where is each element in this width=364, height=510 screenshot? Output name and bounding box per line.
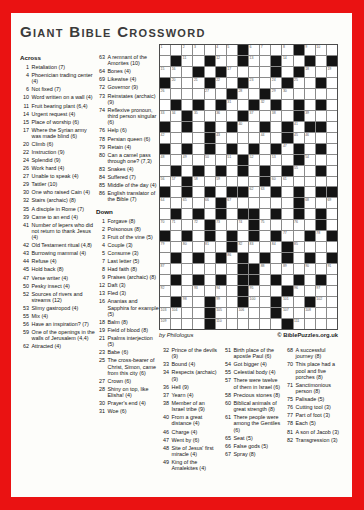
cell-number: 49 <box>183 155 187 159</box>
grid-cell <box>327 89 337 99</box>
grid-cell <box>305 100 315 110</box>
grid-cell <box>294 177 304 187</box>
cell-number: 4 <box>216 45 218 49</box>
clue-text: Praises (archaic) (8) <box>108 274 161 280</box>
grid-cell-black <box>282 286 292 296</box>
grid-cell-black <box>249 144 259 154</box>
grid-cell: 78 <box>316 231 326 241</box>
grid-cell <box>205 177 215 187</box>
grid-cell <box>249 308 259 318</box>
clue-text: Bound (4) <box>172 361 220 367</box>
grid-cell-black <box>205 133 215 143</box>
grid-cell: 109 <box>160 319 170 329</box>
clue-item: 47Went by (6) <box>160 437 219 443</box>
grid-cell <box>316 67 326 77</box>
grid-cell <box>205 45 215 55</box>
clue-number: 65 <box>222 435 231 441</box>
clue-item: 24Splendid (9) <box>20 157 97 163</box>
clue-text: Psalms interjection (5) <box>108 335 161 348</box>
grid-cell <box>249 253 259 263</box>
clue-number: 82 <box>284 437 293 443</box>
grid-cell <box>271 133 281 143</box>
clue-text: Word written on a wall (4) <box>32 94 98 100</box>
grid-cell: 77 <box>282 231 292 241</box>
grid-cell <box>227 177 237 187</box>
clue-number: 49 <box>160 459 169 472</box>
page-background: { "game": "crossword", "title": "Giant B… <box>0 0 364 510</box>
cell-number: 26 <box>161 89 165 93</box>
grid-cell <box>193 56 203 66</box>
cell-number: 75 <box>261 220 265 224</box>
grid-cell <box>260 308 270 318</box>
clue-number: 21 <box>96 335 105 348</box>
grid-cell <box>249 198 259 208</box>
grid-cell <box>227 319 237 329</box>
clue-text: Spray (8) <box>234 451 282 457</box>
grid-cell-black <box>205 187 215 197</box>
clue-number: 66 <box>222 443 231 449</box>
grid-cell: 68 <box>305 198 315 208</box>
grid-cell-black <box>260 122 270 132</box>
grid-cell: 64 <box>160 198 170 208</box>
clue-text: Retaliation (7) <box>32 64 98 70</box>
clue-number: 50 <box>20 283 29 289</box>
clue-text: Woe (6) <box>108 408 161 414</box>
grid-cell-black <box>260 253 270 263</box>
grid-cell-black <box>182 122 192 132</box>
cell-number: 79 <box>161 242 165 246</box>
cell-number: 3 <box>194 45 196 49</box>
grid-cell <box>205 209 215 219</box>
grid-cell: 13 <box>249 56 259 66</box>
cell-number: 58 <box>194 177 198 181</box>
cell-number: 106 <box>238 308 244 312</box>
cell-number: 21 <box>194 78 198 82</box>
cell-number: 46 <box>305 133 309 137</box>
clue-number: 1 <box>20 64 29 70</box>
cell-number: 66 <box>205 198 209 202</box>
grid-cell: 21 <box>193 78 203 88</box>
grid-cell-black <box>282 242 292 252</box>
clue-text: Sanctimonious person (8) <box>296 382 345 395</box>
clue-item: 56Have an inspiration? (7) <box>20 321 97 327</box>
grid-cell <box>205 275 215 285</box>
clue-number: 78 <box>96 136 105 142</box>
clue-text: Bones (4) <box>108 68 161 74</box>
clue-text: Instruction (9) <box>32 149 98 155</box>
cell-number: 91 <box>327 264 331 268</box>
grid-cell-black <box>327 56 337 66</box>
clue-item: 72Governor (9) <box>96 84 160 90</box>
grid-cell-black <box>294 209 304 219</box>
clue-number: 42 <box>20 242 29 248</box>
clue-number: 33 <box>160 361 169 367</box>
grid-cell: 70 <box>160 220 170 230</box>
grid-cell <box>193 144 203 154</box>
clue-text: Forgave (8) <box>108 218 161 224</box>
clue-text: Went by (6) <box>172 437 220 443</box>
grid-cell: 75 <box>260 220 270 230</box>
cell-number: 83 <box>250 242 254 246</box>
grid-cell-black <box>294 198 304 208</box>
grid-cell: 20 <box>171 78 181 88</box>
clue-number: 3 <box>96 234 105 240</box>
grid-cell: 24 <box>271 78 281 88</box>
clue-number: 23 <box>96 349 105 355</box>
grid-cell <box>260 144 270 154</box>
crossword-grid: 1234567891011121314151617181920212223242… <box>159 44 338 330</box>
clue-number: 80 <box>96 152 105 165</box>
grid-cell <box>193 242 203 252</box>
grid-cell: 9 <box>305 45 315 55</box>
cell-number: 33 <box>161 111 165 115</box>
cell-number: 47 <box>283 144 287 148</box>
cell-number: 38 <box>272 111 276 115</box>
grid-cell: 94 <box>216 286 226 296</box>
down-header: Down <box>96 208 160 215</box>
clue-item: 42Old Testament ritual (4,8) <box>20 242 97 248</box>
clue-text: There people were among the Gentiles (6) <box>234 414 282 433</box>
grid-cell: 74 <box>238 220 248 230</box>
grid-cell: 58 <box>193 177 203 187</box>
grid-cell: 25 <box>294 78 304 88</box>
grid-cell <box>316 155 326 165</box>
grid-cell: 14 <box>282 56 292 66</box>
puzzle-page: Giant Bible Crossword Across 1Retaliatio… <box>11 13 352 497</box>
cell-number: 105 <box>216 308 222 312</box>
clue-text: Where the Syrian army was made blind (6) <box>32 127 98 140</box>
grid-cell <box>327 45 337 55</box>
grid-cell <box>238 67 248 77</box>
clue-number: 2 <box>96 226 105 232</box>
grid-cell: 110 <box>216 319 226 329</box>
grid-cell-black <box>316 122 326 132</box>
cell-number: 1 <box>161 45 163 49</box>
grid-cell: 102 <box>316 297 326 307</box>
grid-cell <box>160 100 170 110</box>
clue-number: 70 <box>284 361 293 380</box>
clue-item: 86English translator of the Bible (7) <box>96 190 160 203</box>
clue-text: Fled (3) <box>108 290 161 296</box>
clue-text: Place of worship (6) <box>32 119 98 125</box>
clue-item: 32Prince of the devils (9) <box>160 347 219 360</box>
grid-cell <box>171 187 181 197</box>
clue-number: 60 <box>222 400 231 413</box>
grid-cell: 92 <box>160 286 170 296</box>
clue-number: 54 <box>222 361 231 367</box>
clue-number: 37 <box>160 392 169 398</box>
grid-cell <box>171 133 181 143</box>
copyright: © BiblePuzzles.org.uk <box>277 332 338 338</box>
grid-cell <box>205 111 215 121</box>
clue-text: Number of lepers who did not return to t… <box>32 222 98 241</box>
grid-cell-black <box>216 198 226 208</box>
clue-item: 57There were twelve of them in Israel (6… <box>222 377 281 390</box>
clue-item: 78Persian queen (6) <box>96 136 160 142</box>
clue-number: 45 <box>20 266 29 272</box>
grid-cell-black <box>205 122 215 132</box>
cell-number: 70 <box>161 220 165 224</box>
grid-cell <box>282 220 292 230</box>
grid-cell-black <box>260 166 270 176</box>
clue-item: 74Reflexive pronoun, third person singul… <box>96 107 160 126</box>
grid-cell-black <box>171 297 181 307</box>
grid-cell <box>260 78 270 88</box>
clue-text: Splendid (9) <box>32 157 98 163</box>
clue-text: One of the openings in the walls of Jeru… <box>32 329 98 342</box>
grid-cell-black <box>271 308 281 318</box>
cell-number: 7 <box>261 45 263 49</box>
grid-cell-black <box>216 100 226 110</box>
clue-text: Refuse (4) <box>32 258 98 264</box>
grid-cell: 29 <box>271 89 281 99</box>
cell-number: 109 <box>161 319 167 323</box>
cell-number: 45 <box>294 133 298 137</box>
grid-cell <box>260 155 270 165</box>
grid-cell-black <box>182 111 192 121</box>
cell-number: 61 <box>283 177 287 181</box>
clue-text: A successful journey (8) <box>296 347 345 360</box>
grid-cell <box>216 144 226 154</box>
cell-number: 41 <box>294 122 298 126</box>
grid-cell-black <box>227 242 237 252</box>
clue-item: 33Bound (4) <box>160 361 219 367</box>
grid-cell <box>294 308 304 318</box>
clue-item: 82Transgression (3) <box>284 437 344 443</box>
grid-cell <box>282 198 292 208</box>
clue-item: 55Mix (4) <box>20 313 97 319</box>
cell-number: 37 <box>250 111 254 115</box>
cell-number: 20 <box>172 78 176 82</box>
grid-cell <box>271 122 281 132</box>
cell-number: 73 <box>216 220 220 224</box>
grid-cell: 73 <box>216 220 226 230</box>
grid-cell <box>182 275 192 285</box>
cell-number: 63 <box>261 187 265 191</box>
grid-cell-black <box>271 56 281 66</box>
cell-number: 35 <box>194 111 198 115</box>
clue-text: Birth place of the apostle Paul (6) <box>234 347 282 360</box>
clue-item: 64Bones (4) <box>96 68 160 74</box>
cell-number: 13 <box>250 56 254 60</box>
clue-text: Have an inspiration? (7) <box>32 321 98 327</box>
grid-cell <box>327 100 337 110</box>
grid-cell <box>316 177 326 187</box>
grid-cell-black <box>238 166 248 176</box>
grid-cell: 16 <box>171 67 181 77</box>
grid-cell: 87 <box>160 264 170 274</box>
grid-cell <box>160 275 170 285</box>
clue-item: 52Sources of rivers and streams (12) <box>20 291 97 304</box>
clue-number: 72 <box>96 84 105 90</box>
clue-number: 81 <box>284 429 293 435</box>
cell-number: 50 <box>205 155 209 159</box>
grid-cell <box>249 177 259 187</box>
grid-cell <box>327 166 337 176</box>
cell-number: 40 <box>238 122 242 126</box>
grid-cell-black <box>227 187 237 197</box>
clue-number: 28 <box>96 386 105 399</box>
clue-item: 78Each (5) <box>284 420 344 426</box>
grid-cell-black <box>249 220 259 230</box>
clue-text: Member of an Israel tribe (9) <box>172 400 220 413</box>
clue-text: Got bigger (4) <box>234 361 282 367</box>
grid-cell <box>260 286 270 296</box>
cell-number: 89 <box>283 264 287 268</box>
clue-text: Help (6) <box>108 127 161 133</box>
clue-number: 48 <box>160 445 169 458</box>
grid-cell-black <box>193 209 203 219</box>
grid-cell <box>160 297 170 307</box>
clue-text: The cross-bearer of Christ, Simon, came … <box>108 357 161 376</box>
grid-cell-black <box>205 78 215 88</box>
grid-cell <box>171 122 181 132</box>
grid-cell <box>260 242 270 252</box>
cell-number: 57 <box>172 177 176 181</box>
grid-cell-black <box>216 209 226 219</box>
clue-item: 49King of the Amalekites (4) <box>160 459 219 472</box>
clue-item: 10Word written on a wall (4) <box>20 94 97 100</box>
grid-cell <box>182 264 192 274</box>
grid-cell-black <box>238 45 248 55</box>
grid-cell <box>327 319 337 329</box>
grid-cell-black <box>160 187 170 197</box>
clue-number: 67 <box>222 451 231 457</box>
clue-number: 71 <box>284 382 293 395</box>
grid-cell-black <box>216 253 226 263</box>
grid-cell: 39 <box>305 111 315 121</box>
grid-cell <box>216 231 226 241</box>
grid-cell <box>193 231 203 241</box>
clue-text: Persian queen (6) <box>108 136 161 142</box>
cell-number: 67 <box>227 198 231 202</box>
clue-item: 35A disciple in Rome (7) <box>20 206 97 212</box>
clue-number: 76 <box>284 404 293 410</box>
grid-cell <box>305 275 315 285</box>
grid-cell <box>316 264 326 274</box>
byline-row: by Philologus © BiblePuzzles.org.uk <box>159 332 338 338</box>
grid-cell: 22 <box>216 78 226 88</box>
cell-number: 82 <box>238 242 242 246</box>
clue-text: Yearn (4) <box>172 392 220 398</box>
grid-cell-black <box>249 231 259 241</box>
grid-cell-black <box>294 144 304 154</box>
cell-number: 93 <box>194 286 198 290</box>
cell-number: 88 <box>261 264 265 268</box>
clue-number: 9 <box>96 274 105 280</box>
clue-number: 59 <box>20 329 29 342</box>
grid-cell <box>160 209 170 219</box>
clue-text: Fruit bearing plant (6,4) <box>32 103 98 109</box>
grid-cell <box>316 56 326 66</box>
clue-number: 19 <box>96 327 105 333</box>
grid-cell: 6 <box>249 45 259 55</box>
grid-cell-black <box>271 144 281 154</box>
clue-text: Field of blood (8) <box>108 327 161 333</box>
grid-cell <box>316 242 326 252</box>
clue-text: Unable to speak (4) <box>32 173 98 179</box>
clue-item: 23Babe (6) <box>96 349 160 355</box>
grid-cell: 44 <box>260 133 270 143</box>
clue-item: 61There people were among the Gentiles (… <box>222 414 281 433</box>
grid-cell-black <box>305 122 315 132</box>
clue-item: 50Pesky insect (4) <box>20 283 97 289</box>
clue-text: Attracted (4) <box>32 343 98 349</box>
grid-cell-black <box>205 231 215 241</box>
grid-cell: 97 <box>316 286 326 296</box>
grid-cell: 90 <box>305 264 315 274</box>
grid-cell: 46 <box>305 133 315 143</box>
clue-item: 34Respects (archaic) (9) <box>160 369 219 382</box>
grid-cell: 49 <box>182 155 192 165</box>
grid-cell <box>160 166 170 176</box>
clue-text: Had faith (8) <box>108 266 161 272</box>
clue-number: 85 <box>96 182 105 188</box>
grid-cell-black <box>282 166 292 176</box>
clue-item: 55Celestial body (4) <box>222 369 281 375</box>
clue-number: 86 <box>96 190 105 203</box>
cell-number: 9 <box>305 45 307 49</box>
grid-cell <box>316 133 326 143</box>
grid-cell-black <box>193 275 203 285</box>
grid-cell <box>305 242 315 252</box>
clue-number: 10 <box>20 94 29 100</box>
across-header: Across <box>20 54 97 61</box>
clue-item: 80Can a camel pass through one? (7,3) <box>96 152 160 165</box>
clue-item: 31Woe (6) <box>96 408 160 414</box>
cell-number: 81 <box>205 242 209 246</box>
grid-cell <box>327 275 337 285</box>
grid-cell: 5 <box>227 45 237 55</box>
grid-cell-black <box>160 78 170 88</box>
grid-cell-black <box>205 220 215 230</box>
grid-cell-black <box>238 111 248 121</box>
grid-cell: 88 <box>260 264 270 274</box>
grid-cell <box>182 209 192 219</box>
grid-cell <box>205 253 215 263</box>
clue-text: Came to an end (4) <box>32 214 98 220</box>
clue-text: Not fixed (7) <box>32 86 98 92</box>
clue-item: 12Daft (3) <box>96 282 160 288</box>
grid-cell: 105 <box>216 308 226 318</box>
grid-cell <box>205 166 215 176</box>
grid-cell: 34 <box>171 111 181 121</box>
clue-text: Middle of the day (4) <box>108 182 161 188</box>
grid-cell: 99 <box>216 297 226 307</box>
clue-item: 9Praises (archaic) (8) <box>96 274 160 280</box>
clue-text: Old Testament ritual (4,8) <box>32 242 98 248</box>
cell-number: 15 <box>161 67 165 71</box>
grid-cell: 35 <box>193 111 203 121</box>
grid-cell-black <box>216 67 226 77</box>
clue-number: 1 <box>96 218 105 224</box>
grid-cell: 82 <box>238 242 248 252</box>
clue-number: 30 <box>20 189 29 195</box>
clue-item: 4Phoenician trading center (4) <box>20 72 97 85</box>
grid-cell <box>182 220 192 230</box>
grid-cell <box>249 166 259 176</box>
grid-cell-black <box>227 144 237 154</box>
grid-cell-black <box>193 67 203 77</box>
cell-number: 102 <box>316 297 322 301</box>
clue-text: Cutting tool (3) <box>296 404 345 410</box>
grid-cell <box>249 319 259 329</box>
grid-cell-black <box>294 187 304 197</box>
clue-text: Retain (4) <box>108 144 161 150</box>
grid-cell: 101 <box>282 297 292 307</box>
clue-item: 43Burrowing mammal (4) <box>20 250 97 256</box>
clue-number: 18 <box>96 319 105 325</box>
